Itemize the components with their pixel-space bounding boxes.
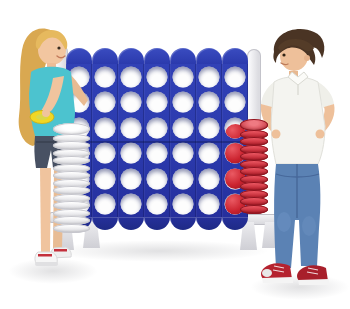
hole	[121, 92, 142, 113]
cell-r1c4[interactable]	[144, 64, 170, 90]
scallop-bump	[118, 217, 144, 230]
white-stacked-disc	[53, 224, 90, 233]
white-disc-stack[interactable]	[53, 123, 90, 233]
hole	[147, 143, 168, 164]
hole	[173, 117, 194, 138]
cell-r3c3[interactable]	[118, 115, 144, 141]
cell-r6c4[interactable]	[144, 192, 170, 218]
cell-r5c5[interactable]	[170, 166, 196, 192]
boy-ear	[304, 55, 310, 61]
cell-r1c7[interactable]	[222, 64, 248, 90]
red-stacked-disc	[240, 205, 268, 214]
boy-eye	[282, 53, 285, 56]
scallop-bump	[222, 48, 248, 64]
cell-r5c6[interactable]	[196, 166, 222, 192]
hole	[121, 66, 142, 87]
scallop-bump	[170, 217, 196, 230]
hole	[147, 194, 168, 215]
girl-hand	[42, 109, 50, 117]
cell-r2c3[interactable]	[118, 90, 144, 116]
hole	[199, 168, 220, 189]
cell-r2c4[interactable]	[144, 90, 170, 116]
hole	[199, 92, 220, 113]
hole	[173, 194, 194, 215]
hole	[147, 92, 168, 113]
red-disc-stack[interactable]	[240, 119, 268, 214]
hole	[199, 66, 220, 87]
cell-r3c6[interactable]	[196, 115, 222, 141]
boy-hand-right	[316, 130, 325, 139]
cell-r6c6[interactable]	[196, 192, 222, 218]
cell-r3c5[interactable]	[170, 115, 196, 141]
cell-r4c5[interactable]	[170, 141, 196, 167]
cell-r5c3[interactable]	[118, 166, 144, 192]
scallop-bump	[222, 217, 248, 230]
cell-r1c5[interactable]	[170, 64, 196, 90]
cell-r2c6[interactable]	[196, 90, 222, 116]
scallop-bump	[144, 217, 170, 230]
scene	[0, 0, 350, 309]
hole	[147, 168, 168, 189]
cell-r6c3[interactable]	[118, 192, 144, 218]
scallop-bump	[196, 48, 222, 64]
girl-eye	[57, 46, 60, 49]
cell-r1c3[interactable]	[118, 64, 144, 90]
girl-leg-near	[40, 168, 51, 252]
hole	[225, 92, 246, 113]
hole	[199, 143, 220, 164]
hole	[173, 92, 194, 113]
scallop-bump	[144, 48, 170, 64]
hole	[225, 66, 246, 87]
cell-r4c4[interactable]	[144, 141, 170, 167]
scallop-bump	[196, 217, 222, 230]
cell-r1c6[interactable]	[196, 64, 222, 90]
hole	[121, 117, 142, 138]
cell-r3c4[interactable]	[144, 115, 170, 141]
hole	[173, 66, 194, 87]
hole	[199, 194, 220, 215]
cell-r4c6[interactable]	[196, 141, 222, 167]
hole	[173, 143, 194, 164]
boy-hand-left	[272, 130, 281, 139]
scallop-bump	[170, 48, 196, 64]
cell-r5c4[interactable]	[144, 166, 170, 192]
hole	[199, 117, 220, 138]
cell-r2c7[interactable]	[222, 90, 248, 116]
hole	[173, 168, 194, 189]
girl-shoe-near	[35, 252, 57, 263]
cell-r2c5[interactable]	[170, 90, 196, 116]
hole	[147, 117, 168, 138]
cell-r4c3[interactable]	[118, 141, 144, 167]
hole	[121, 143, 142, 164]
hole	[147, 66, 168, 87]
hole	[121, 168, 142, 189]
cell-r6c5[interactable]	[170, 192, 196, 218]
hole	[121, 194, 142, 215]
scallop-bump	[118, 48, 144, 64]
